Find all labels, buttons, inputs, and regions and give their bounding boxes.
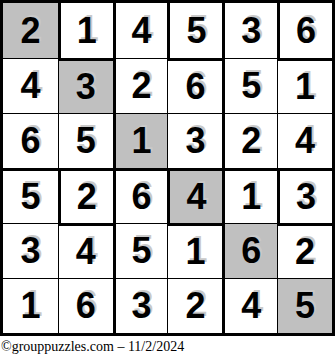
cell-r4c6: 3: [277, 168, 332, 223]
cell-r3c3: 1: [113, 113, 168, 168]
cell-r1c4: 5: [167, 3, 222, 58]
cell-r1c1: 2: [3, 3, 58, 58]
cell-r6c4: 2: [167, 278, 222, 333]
cell-r1c5: 3: [222, 3, 277, 58]
cell-r5c1: 3: [3, 223, 58, 278]
cell-r2c2: 3: [58, 58, 113, 113]
cell-r6c1: 1: [3, 278, 58, 333]
cell-r1c2: 1: [58, 3, 113, 58]
cell-r4c5: 1: [222, 168, 277, 223]
cell-r2c5: 5: [222, 58, 277, 113]
board: 214536432651651324526413345162163245: [0, 0, 335, 336]
cell-r1c6: 6: [277, 3, 332, 58]
cell-r6c5: 4: [222, 278, 277, 333]
cell-r1c3: 4: [113, 3, 168, 58]
cell-r6c6: 5: [277, 278, 332, 333]
cell-r2c4: 6: [167, 58, 222, 113]
cell-r4c1: 5: [3, 168, 58, 223]
cell-r3c4: 3: [167, 113, 222, 168]
cell-r3c5: 2: [222, 113, 277, 168]
cell-r2c1: 4: [3, 58, 58, 113]
cell-r4c2: 2: [58, 168, 113, 223]
cell-r6c3: 3: [113, 278, 168, 333]
cell-r5c6: 2: [277, 223, 332, 278]
cell-r4c3: 6: [113, 168, 168, 223]
cell-r2c6: 1: [277, 58, 332, 113]
cell-r4c4: 4: [167, 168, 222, 223]
cell-r5c3: 5: [113, 223, 168, 278]
cell-r5c2: 4: [58, 223, 113, 278]
cell-r5c4: 1: [167, 223, 222, 278]
cell-r3c6: 4: [277, 113, 332, 168]
cell-r5c5: 6: [222, 223, 277, 278]
puzzle-page: 214536432651651324526413345162163245 ©gr…: [0, 0, 335, 357]
cell-r3c2: 5: [58, 113, 113, 168]
cell-r6c2: 6: [58, 278, 113, 333]
cell-r3c1: 6: [3, 113, 58, 168]
cell-r2c3: 2: [113, 58, 168, 113]
copyright-text: ©grouppuzzles.com – 11/2/2024: [1, 337, 334, 356]
